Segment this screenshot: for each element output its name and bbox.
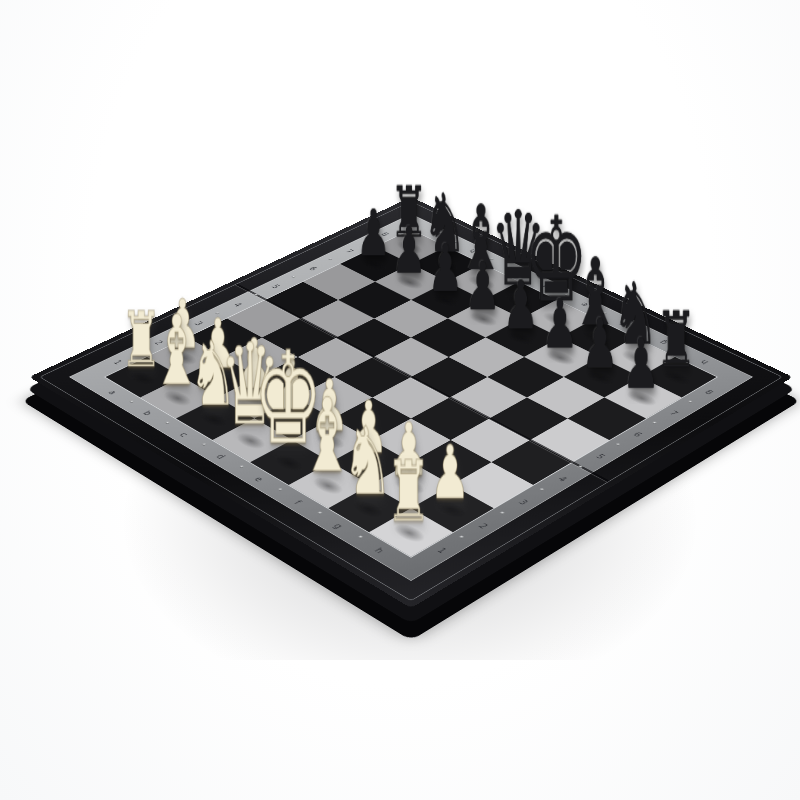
piece-black-pawn: ♟ (584, 329, 697, 399)
chess-set-photo: abcdefgh abcdefgh 87654321 87654321 ♜♞♝♛… (0, 0, 800, 800)
board-3d-scene: abcdefgh abcdefgh 87654321 87654321 ♜♞♝♛… (141, 107, 681, 647)
board-frame: abcdefgh abcdefgh 87654321 87654321 ♜♞♝♛… (29, 197, 793, 608)
chess-board: abcdefgh abcdefgh 87654321 87654321 ♜♞♝♛… (29, 197, 793, 608)
piece-white-rook: ♜ (347, 450, 470, 534)
